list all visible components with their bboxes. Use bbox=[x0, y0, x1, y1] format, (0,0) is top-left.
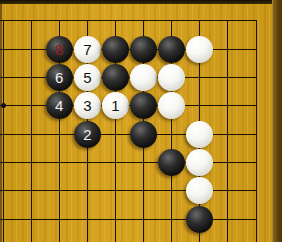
black-stone bbox=[158, 36, 185, 63]
black-stone: 2 bbox=[74, 121, 101, 148]
intersection-r2-c1[interactable] bbox=[0, 35, 17, 63]
intersection-r5-c1[interactable] bbox=[0, 120, 17, 148]
intersection-r2-c2[interactable] bbox=[17, 35, 45, 63]
black-stone bbox=[158, 149, 185, 176]
intersection-r2-c4[interactable]: 7 bbox=[73, 35, 101, 63]
intersection-r7-c7[interactable] bbox=[158, 177, 186, 205]
intersection-r4-c9[interactable] bbox=[214, 92, 242, 120]
intersection-r1-c1[interactable] bbox=[0, 7, 17, 35]
intersection-r8-c2[interactable] bbox=[17, 205, 45, 233]
intersection-r5-c6[interactable] bbox=[130, 120, 158, 148]
intersection-r3-c6[interactable] bbox=[130, 63, 158, 91]
intersection-r6-c6[interactable] bbox=[130, 148, 158, 176]
white-stone bbox=[186, 36, 213, 63]
intersection-r3-c9[interactable] bbox=[214, 63, 242, 91]
intersection-r7-c10[interactable] bbox=[242, 177, 270, 205]
intersection-r5-c3[interactable] bbox=[45, 120, 73, 148]
black-stone: 6 bbox=[46, 64, 73, 91]
intersection-r3-c10[interactable] bbox=[242, 63, 270, 91]
intersection-r2-c6[interactable] bbox=[130, 35, 158, 63]
intersection-r8-c10[interactable] bbox=[242, 205, 270, 233]
intersection-r3-c8[interactable] bbox=[186, 63, 214, 91]
intersection-r2-c8[interactable] bbox=[186, 35, 214, 63]
move-number: 1 bbox=[111, 98, 119, 113]
intersection-r2-c7[interactable] bbox=[158, 35, 186, 63]
intersection-r8-c1[interactable] bbox=[0, 205, 17, 233]
white-stone bbox=[130, 64, 157, 91]
intersection-r6-c7[interactable] bbox=[158, 148, 186, 176]
intersection-r1-c3[interactable] bbox=[45, 7, 73, 35]
board-left-edge-shadow bbox=[0, 0, 2, 242]
white-stone bbox=[186, 177, 213, 204]
intersection-r1-c2[interactable] bbox=[17, 7, 45, 35]
intersection-r7-c3[interactable] bbox=[45, 177, 73, 205]
black-stone bbox=[130, 92, 157, 119]
intersection-r1-c7[interactable] bbox=[158, 7, 186, 35]
move-number: 5 bbox=[83, 70, 91, 85]
intersection-r3-c1[interactable] bbox=[0, 63, 17, 91]
intersection-r6-c9[interactable] bbox=[214, 148, 242, 176]
intersection-r1-c9[interactable] bbox=[214, 7, 242, 35]
intersection-r1-c8[interactable] bbox=[186, 7, 214, 35]
move-number: 3 bbox=[83, 98, 91, 113]
intersection-r5-c5[interactable] bbox=[101, 120, 129, 148]
move-number: 6 bbox=[55, 70, 63, 85]
intersection-r7-c8[interactable] bbox=[186, 177, 214, 205]
intersection-r6-c3[interactable] bbox=[45, 148, 73, 176]
intersection-r4-c5[interactable]: 1 bbox=[101, 92, 129, 120]
intersection-r6-c4[interactable] bbox=[73, 148, 101, 176]
intersection-r8-c4[interactable] bbox=[73, 205, 101, 233]
intersection-r8-c9[interactable] bbox=[214, 205, 242, 233]
intersection-r8-c8[interactable] bbox=[186, 205, 214, 233]
intersection-r4-c2[interactable] bbox=[17, 92, 45, 120]
intersection-r5-c7[interactable] bbox=[158, 120, 186, 148]
white-stone: 3 bbox=[74, 92, 101, 119]
intersection-r3-c5[interactable] bbox=[101, 63, 129, 91]
intersection-r4-c3[interactable]: 4 bbox=[45, 92, 73, 120]
intersection-r3-c3[interactable]: 6 bbox=[45, 63, 73, 91]
board-right-edge bbox=[272, 0, 282, 242]
intersection-r1-c6[interactable] bbox=[130, 7, 158, 35]
move-number: 7 bbox=[83, 42, 91, 57]
intersection-r8-c7[interactable] bbox=[158, 205, 186, 233]
intersection-r6-c5[interactable] bbox=[101, 148, 129, 176]
intersection-r4-c7[interactable] bbox=[158, 92, 186, 120]
intersection-r7-c4[interactable] bbox=[73, 177, 101, 205]
move-number: 2 bbox=[83, 127, 91, 142]
go-board-diagram: 87654312 bbox=[0, 0, 282, 242]
intersection-r4-c8[interactable] bbox=[186, 92, 214, 120]
black-stone bbox=[130, 36, 157, 63]
intersection-r2-c9[interactable] bbox=[214, 35, 242, 63]
intersection-r3-c7[interactable] bbox=[158, 63, 186, 91]
intersection-r7-c9[interactable] bbox=[214, 177, 242, 205]
intersection-r1-c4[interactable] bbox=[73, 7, 101, 35]
intersection-r3-c4[interactable]: 5 bbox=[73, 63, 101, 91]
white-stone bbox=[186, 121, 213, 148]
intersection-r8-c6[interactable] bbox=[130, 205, 158, 233]
intersection-r2-c5[interactable] bbox=[101, 35, 129, 63]
intersection-r4-c4[interactable]: 3 bbox=[73, 92, 101, 120]
move-number: 8 bbox=[55, 42, 63, 57]
intersection-r5-c4[interactable]: 2 bbox=[73, 120, 101, 148]
intersection-r6-c8[interactable] bbox=[186, 148, 214, 176]
white-stone: 5 bbox=[74, 64, 101, 91]
intersection-r3-c2[interactable] bbox=[17, 63, 45, 91]
white-stone: 7 bbox=[74, 36, 101, 63]
intersection-r8-c5[interactable] bbox=[101, 205, 129, 233]
intersection-r5-c8[interactable] bbox=[186, 120, 214, 148]
intersection-r6-c2[interactable] bbox=[17, 148, 45, 176]
intersection-r7-c6[interactable] bbox=[130, 177, 158, 205]
white-stone bbox=[158, 92, 185, 119]
intersection-r5-c2[interactable] bbox=[17, 120, 45, 148]
white-stone bbox=[158, 64, 185, 91]
intersection-r7-c1[interactable] bbox=[0, 177, 17, 205]
white-stone: 1 bbox=[102, 92, 129, 119]
black-stone bbox=[102, 64, 129, 91]
intersection-r4-c1[interactable] bbox=[0, 92, 17, 120]
black-stone: 8 bbox=[46, 36, 73, 63]
black-stone bbox=[102, 36, 129, 63]
intersection-r7-c2[interactable] bbox=[17, 177, 45, 205]
black-stone: 4 bbox=[46, 92, 73, 119]
black-stone bbox=[186, 206, 213, 233]
intersection-r5-c9[interactable] bbox=[214, 120, 242, 148]
board-top-edge bbox=[0, 0, 282, 4]
black-stone bbox=[130, 121, 157, 148]
intersection-r6-c1[interactable] bbox=[0, 148, 17, 176]
intersection-r4-c10[interactable] bbox=[242, 92, 270, 120]
white-stone bbox=[186, 149, 213, 176]
intersection-r2-c3[interactable]: 8 bbox=[45, 35, 73, 63]
intersection-r2-c10[interactable] bbox=[242, 35, 270, 63]
intersection-r1-c10[interactable] bbox=[242, 7, 270, 35]
move-number: 4 bbox=[55, 98, 63, 113]
intersection-r4-c6[interactable] bbox=[130, 92, 158, 120]
intersection-r8-c3[interactable] bbox=[45, 205, 73, 233]
intersection-r5-c10[interactable] bbox=[242, 120, 270, 148]
intersection-r7-c5[interactable] bbox=[101, 177, 129, 205]
intersection-r6-c10[interactable] bbox=[242, 148, 270, 176]
intersection-r1-c5[interactable] bbox=[101, 7, 129, 35]
